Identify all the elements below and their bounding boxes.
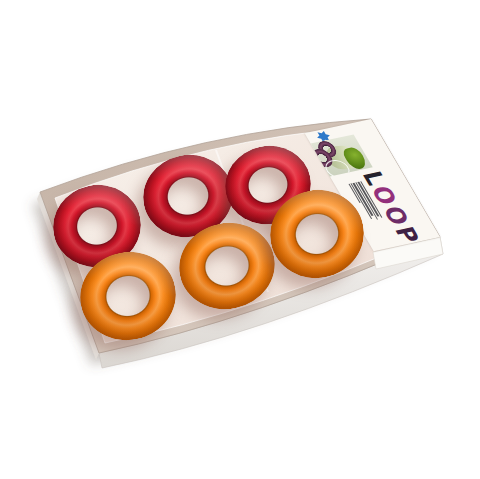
orange-ring-surface [72,243,184,349]
orange-ring-1 [80,252,176,340]
orange-ring-surface [171,214,283,318]
orange-ring-3 [270,190,364,278]
orange-ring-2 [179,223,275,309]
orange-ring-surface [262,181,372,287]
product-photo-stage: LOOP [0,0,480,479]
